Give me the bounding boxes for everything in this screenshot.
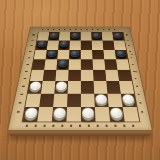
square-e1[interactable] xyxy=(81,107,96,122)
square-c8[interactable] xyxy=(59,32,70,40)
checker-light[interactable] xyxy=(110,108,124,119)
square-f2[interactable] xyxy=(94,93,109,106)
checker-dark[interactable] xyxy=(71,33,80,39)
square-d1[interactable] xyxy=(66,107,81,122)
square-c2[interactable] xyxy=(53,93,67,106)
square-d2[interactable] xyxy=(67,93,81,106)
square-f1[interactable] xyxy=(95,107,110,122)
square-c7[interactable] xyxy=(58,41,70,50)
checker-dark[interactable] xyxy=(113,33,123,39)
square-h2[interactable] xyxy=(121,93,137,106)
square-e3[interactable] xyxy=(81,81,94,93)
square-e4[interactable] xyxy=(81,70,94,81)
square-b5[interactable] xyxy=(44,59,57,69)
square-h5[interactable] xyxy=(116,59,130,69)
checker-light[interactable] xyxy=(95,94,107,104)
square-e7[interactable] xyxy=(81,41,92,50)
square-d8[interactable] xyxy=(70,32,81,40)
square-h8[interactable] xyxy=(112,32,124,40)
square-f6[interactable] xyxy=(92,50,104,60)
checker-light[interactable] xyxy=(122,94,135,104)
checker-dark[interactable] xyxy=(70,50,80,57)
square-e5[interactable] xyxy=(81,59,93,69)
square-h3[interactable] xyxy=(119,81,134,93)
square-b7[interactable] xyxy=(47,41,59,50)
square-c3[interactable] xyxy=(54,81,68,93)
square-b6[interactable] xyxy=(46,50,59,60)
square-b4[interactable] xyxy=(43,70,57,81)
square-b8[interactable] xyxy=(48,32,60,40)
checker-dark[interactable] xyxy=(47,50,58,57)
square-f4[interactable] xyxy=(93,70,106,81)
checker-light[interactable] xyxy=(24,108,38,119)
square-f7[interactable] xyxy=(92,41,104,50)
square-b3[interactable] xyxy=(41,81,55,93)
checker-dark[interactable] xyxy=(49,33,59,39)
square-b2[interactable] xyxy=(39,93,54,106)
checker-light[interactable] xyxy=(55,82,67,91)
checker-dark[interactable] xyxy=(57,60,68,68)
checker-light[interactable] xyxy=(82,108,95,119)
red-marker-dot xyxy=(135,71,138,73)
frame-dots-front xyxy=(26,125,135,127)
wood-table xyxy=(0,0,160,160)
square-h4[interactable] xyxy=(117,70,131,81)
square-h6[interactable] xyxy=(115,50,128,60)
square-d6[interactable] xyxy=(69,50,81,60)
square-d4[interactable] xyxy=(68,70,81,81)
board-frame xyxy=(7,27,153,131)
checker-light[interactable] xyxy=(53,108,66,119)
square-b1[interactable] xyxy=(37,107,53,122)
checker-dark[interactable] xyxy=(115,50,126,57)
square-c1[interactable] xyxy=(52,107,67,122)
square-d3[interactable] xyxy=(68,81,81,93)
checker-dark[interactable] xyxy=(92,33,102,39)
board-front-edge xyxy=(9,131,151,136)
checkers-board xyxy=(7,27,153,131)
red-marker-dot xyxy=(131,54,134,55)
square-h1[interactable] xyxy=(123,107,140,122)
square-c5[interactable] xyxy=(56,59,69,69)
square-e8[interactable] xyxy=(81,32,92,40)
square-c6[interactable] xyxy=(57,50,69,60)
frame-dots-back xyxy=(42,29,118,30)
checker-dark[interactable] xyxy=(37,41,48,48)
square-h7[interactable] xyxy=(113,41,126,50)
square-f5[interactable] xyxy=(93,59,106,69)
board-grid xyxy=(23,32,140,121)
checker-dark[interactable] xyxy=(59,41,69,48)
checker-light[interactable] xyxy=(29,82,42,91)
square-e6[interactable] xyxy=(81,50,93,60)
square-e2[interactable] xyxy=(81,93,95,106)
square-f8[interactable] xyxy=(91,32,102,40)
square-f3[interactable] xyxy=(94,81,108,93)
square-c4[interactable] xyxy=(55,70,68,81)
square-d7[interactable] xyxy=(69,41,80,50)
square-d5[interactable] xyxy=(69,59,81,69)
